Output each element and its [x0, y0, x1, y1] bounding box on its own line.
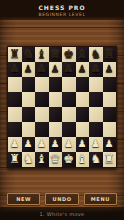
piece-white-rook[interactable]: ♜ [9, 153, 20, 165]
piece-black-pawn[interactable]: ♟ [10, 64, 19, 74]
piece-white-pawn[interactable]: ♟ [64, 139, 73, 149]
piece-black-knight[interactable]: ♞ [23, 48, 34, 60]
piece-white-pawn[interactable]: ♟ [37, 139, 46, 149]
square-g5[interactable] [89, 92, 103, 107]
app-title: CHESS PRO [38, 4, 85, 11]
square-c7[interactable]: ♟ [35, 62, 49, 77]
piece-white-king[interactable]: ♚ [63, 153, 74, 165]
square-h8[interactable]: ♜ [103, 47, 117, 62]
piece-black-queen[interactable]: ♛ [50, 48, 61, 60]
piece-black-knight[interactable]: ♞ [90, 48, 101, 60]
square-b3[interactable] [22, 122, 36, 137]
piece-white-pawn[interactable]: ♟ [105, 139, 114, 149]
square-h3[interactable] [103, 122, 117, 137]
piece-white-pawn[interactable]: ♟ [91, 139, 100, 149]
undo-button[interactable]: UNDO [45, 193, 78, 205]
square-e7[interactable]: ♟ [62, 62, 76, 77]
square-e6[interactable] [62, 77, 76, 92]
piece-white-rook[interactable]: ♜ [104, 153, 115, 165]
chess-app-screen: CHESS PRO BEGINNER LEVEL ♜♞♝♛♚♝♞♜♟♟♟♟♟♟♟… [0, 0, 124, 220]
piece-white-pawn[interactable]: ♟ [51, 139, 60, 149]
square-d1[interactable]: ♛ [49, 152, 63, 167]
difficulty-level-label: BEGINNER LEVEL [38, 12, 85, 17]
square-b8[interactable]: ♞ [22, 47, 36, 62]
square-e4[interactable] [62, 107, 76, 122]
app-header: CHESS PRO BEGINNER LEVEL [0, 0, 124, 20]
piece-black-bishop[interactable]: ♝ [77, 48, 88, 60]
square-a4[interactable] [8, 107, 22, 122]
square-c3[interactable] [35, 122, 49, 137]
piece-black-king[interactable]: ♚ [63, 48, 74, 60]
square-c5[interactable] [35, 92, 49, 107]
piece-white-bishop[interactable]: ♝ [36, 153, 47, 165]
status-bar: 1. White's move [0, 207, 124, 220]
square-a5[interactable] [8, 92, 22, 107]
square-h1[interactable]: ♜ [103, 152, 117, 167]
square-d5[interactable] [49, 92, 63, 107]
square-c4[interactable] [35, 107, 49, 122]
square-g2[interactable]: ♟ [89, 137, 103, 152]
square-d7[interactable]: ♟ [49, 62, 63, 77]
square-a6[interactable] [8, 77, 22, 92]
square-g1[interactable]: ♞ [89, 152, 103, 167]
piece-white-bishop[interactable]: ♝ [77, 153, 88, 165]
square-a8[interactable]: ♜ [8, 47, 22, 62]
square-f4[interactable] [76, 107, 90, 122]
square-b5[interactable] [22, 92, 36, 107]
square-b2[interactable]: ♟ [22, 137, 36, 152]
square-g3[interactable] [89, 122, 103, 137]
piece-white-pawn[interactable]: ♟ [24, 139, 33, 149]
square-a7[interactable]: ♟ [8, 62, 22, 77]
chess-board: ♜♞♝♛♚♝♞♜♟♟♟♟♟♟♟♟♟♟♟♟♟♟♟♟♜♞♝♛♚♝♞♜ [7, 46, 117, 168]
piece-black-rook[interactable]: ♜ [104, 48, 115, 60]
square-g6[interactable] [89, 77, 103, 92]
square-f3[interactable] [76, 122, 90, 137]
square-e2[interactable]: ♟ [62, 137, 76, 152]
square-g8[interactable]: ♞ [89, 47, 103, 62]
square-f2[interactable]: ♟ [76, 137, 90, 152]
piece-white-pawn[interactable]: ♟ [78, 139, 87, 149]
square-e1[interactable]: ♚ [62, 152, 76, 167]
move-status-text: 1. White's move [40, 211, 85, 217]
square-e5[interactable] [62, 92, 76, 107]
square-c1[interactable]: ♝ [35, 152, 49, 167]
square-f8[interactable]: ♝ [76, 47, 90, 62]
piece-black-pawn[interactable]: ♟ [64, 64, 73, 74]
piece-black-pawn[interactable]: ♟ [51, 64, 60, 74]
square-f5[interactable] [76, 92, 90, 107]
square-c6[interactable] [35, 77, 49, 92]
piece-black-pawn[interactable]: ♟ [78, 64, 87, 74]
square-g7[interactable]: ♟ [89, 62, 103, 77]
square-a2[interactable]: ♟ [8, 137, 22, 152]
square-h4[interactable] [103, 107, 117, 122]
square-c2[interactable]: ♟ [35, 137, 49, 152]
square-b1[interactable]: ♞ [22, 152, 36, 167]
control-bar: NEW UNDO MENU [7, 193, 117, 205]
square-d6[interactable] [49, 77, 63, 92]
square-a1[interactable]: ♜ [8, 152, 22, 167]
new-game-button[interactable]: NEW [7, 193, 40, 205]
square-f1[interactable]: ♝ [76, 152, 90, 167]
square-a3[interactable] [8, 122, 22, 137]
square-h2[interactable]: ♟ [103, 137, 117, 152]
square-d2[interactable]: ♟ [49, 137, 63, 152]
square-b7[interactable]: ♟ [22, 62, 36, 77]
piece-white-knight[interactable]: ♞ [90, 153, 101, 165]
square-h7[interactable]: ♟ [103, 62, 117, 77]
piece-black-pawn[interactable]: ♟ [91, 64, 100, 74]
square-g4[interactable] [89, 107, 103, 122]
piece-white-queen[interactable]: ♛ [50, 153, 61, 165]
square-f6[interactable] [76, 77, 90, 92]
piece-black-pawn[interactable]: ♟ [24, 64, 33, 74]
menu-button[interactable]: MENU [84, 193, 117, 205]
piece-white-pawn[interactable]: ♟ [10, 139, 19, 149]
square-e8[interactable]: ♚ [62, 47, 76, 62]
square-b4[interactable] [22, 107, 36, 122]
square-c8[interactable]: ♝ [35, 47, 49, 62]
square-d8[interactable]: ♛ [49, 47, 63, 62]
piece-black-pawn[interactable]: ♟ [37, 64, 46, 74]
square-e3[interactable] [62, 122, 76, 137]
square-h6[interactable] [103, 77, 117, 92]
piece-black-rook[interactable]: ♜ [9, 48, 20, 60]
piece-black-bishop[interactable]: ♝ [36, 48, 47, 60]
square-f7[interactable]: ♟ [76, 62, 90, 77]
piece-white-knight[interactable]: ♞ [23, 153, 34, 165]
piece-black-pawn[interactable]: ♟ [105, 64, 114, 74]
square-d3[interactable] [49, 122, 63, 137]
square-h5[interactable] [103, 92, 117, 107]
square-d4[interactable] [49, 107, 63, 122]
square-b6[interactable] [22, 77, 36, 92]
